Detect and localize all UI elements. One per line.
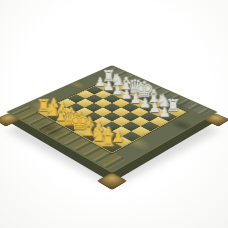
chess-board-plate: ♜♞♝♛♚♝♞♜♟♟♟♟♟♟♟♟♟♟♟♟♟♟♟♟♜♞♝♛♚♝♞♜ <box>6 65 218 173</box>
piece-black-pawn[interactable]: ♟ <box>158 105 170 118</box>
product-photo-canvas: ♜♞♝♛♚♝♞♜♟♟♟♟♟♟♟♟♟♟♟♟♟♟♟♟♜♞♝♛♚♝♞♜ <box>0 0 228 228</box>
board-foot-near <box>97 172 128 190</box>
square-e4[interactable] <box>103 112 122 121</box>
square-c5[interactable] <box>94 99 112 108</box>
piece-white-rook[interactable]: ♜ <box>100 132 116 149</box>
chess-set-scene: ♜♞♝♛♚♝♞♜♟♟♟♟♟♟♟♟♟♟♟♟♟♟♟♟♜♞♝♛♚♝♞♜ <box>6 65 218 173</box>
